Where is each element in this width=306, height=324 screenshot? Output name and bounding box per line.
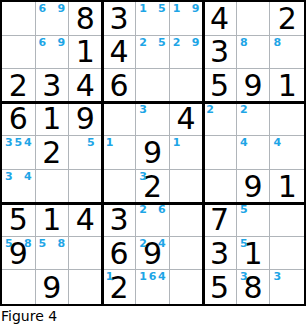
digit-r5c2: 2 bbox=[36, 136, 69, 169]
box-border-vertical-2 bbox=[202, 2, 205, 304]
digit-r7c2: 1 bbox=[36, 203, 69, 236]
digit-r9c7: 5 bbox=[203, 270, 236, 304]
pencil-mark: 2 bbox=[206, 104, 214, 115]
cell-r3c6 bbox=[170, 69, 204, 103]
pencil-mark: 4 bbox=[158, 238, 166, 249]
pencil-mark: 6 bbox=[149, 271, 157, 282]
cell-r4c4 bbox=[103, 103, 137, 137]
pencil-marks-r7c8: 5 bbox=[237, 204, 270, 215]
cell-r7c5: 26 bbox=[136, 203, 170, 237]
pencil-marks-r5c3: 5 bbox=[69, 137, 102, 148]
cell-r9c1 bbox=[2, 270, 36, 304]
cell-r4c6: 4 bbox=[170, 103, 204, 137]
cell-r1c9: 2 bbox=[270, 2, 304, 36]
pencil-mark: 2 bbox=[139, 238, 147, 249]
cell-r9c2: 9 bbox=[36, 270, 70, 304]
cell-r2c8: 8 bbox=[237, 36, 271, 70]
pencil-marks-r2c6: 29 bbox=[170, 37, 203, 48]
pencil-marks-r9c4: 1 bbox=[103, 271, 136, 282]
digit-r7c1: 5 bbox=[2, 203, 35, 236]
digit-r4c1: 6 bbox=[2, 103, 35, 136]
cell-r3c5 bbox=[136, 69, 170, 103]
digit-r3c4: 6 bbox=[103, 69, 136, 102]
cell-r5c7 bbox=[203, 136, 237, 170]
pencil-marks-r8c2: 58 bbox=[36, 238, 69, 249]
pencil-mark: 5 bbox=[39, 238, 47, 249]
cell-r8c6 bbox=[170, 237, 204, 271]
cell-r2c2: 69 bbox=[36, 36, 70, 70]
cell-r9c3 bbox=[69, 270, 103, 304]
cell-r1c7: 4 bbox=[203, 2, 237, 36]
cell-r6c9: 1 bbox=[270, 170, 304, 204]
cell-r6c3 bbox=[69, 170, 103, 204]
cell-r1c3: 8 bbox=[69, 2, 103, 36]
pencil-mark: 8 bbox=[57, 238, 65, 249]
digit-r4c3: 9 bbox=[69, 103, 102, 136]
cell-r9c8: 83 bbox=[237, 270, 271, 304]
cell-r5c1: 354 bbox=[2, 136, 36, 170]
cell-r2c4: 4 bbox=[103, 36, 137, 70]
pencil-marks-r9c8: 3 bbox=[237, 271, 270, 282]
cell-r4c2: 1 bbox=[36, 103, 70, 137]
cell-r6c7 bbox=[203, 170, 237, 204]
digit-r7c3: 4 bbox=[69, 203, 102, 236]
cell-r1c1 bbox=[2, 2, 36, 36]
sudoku-figure: 6983151942691425293882346591619342235425… bbox=[0, 0, 306, 324]
cell-r8c7: 3 bbox=[203, 237, 237, 271]
cell-r3c9: 1 bbox=[270, 69, 304, 103]
cell-r4c5: 3 bbox=[136, 103, 170, 137]
digit-r7c7: 7 bbox=[203, 203, 236, 236]
pencil-marks-r6c5: 3 bbox=[136, 171, 169, 182]
pencil-mark: 3 bbox=[139, 171, 147, 182]
cell-r3c7: 5 bbox=[203, 69, 237, 103]
cell-r3c1: 2 bbox=[2, 69, 36, 103]
digit-r7c4: 3 bbox=[103, 203, 136, 236]
cell-r4c7: 2 bbox=[203, 103, 237, 137]
pencil-mark: 6 bbox=[39, 3, 47, 14]
pencil-marks-r1c2: 69 bbox=[36, 3, 69, 14]
cell-r5c2: 2 bbox=[36, 136, 70, 170]
cell-r3c2: 3 bbox=[36, 69, 70, 103]
digit-r1c4: 3 bbox=[103, 2, 136, 35]
pencil-mark: 1 bbox=[106, 271, 114, 282]
cell-r8c4: 6 bbox=[103, 237, 137, 271]
cell-r6c5: 23 bbox=[136, 170, 170, 204]
pencil-mark: 6 bbox=[158, 204, 166, 215]
pencil-mark: 5 bbox=[240, 238, 248, 249]
pencil-mark: 4 bbox=[158, 271, 166, 282]
cell-r3c3: 4 bbox=[69, 69, 103, 103]
digit-r2c7: 3 bbox=[203, 36, 236, 69]
pencil-mark: 5 bbox=[158, 37, 166, 48]
pencil-mark: 1 bbox=[173, 3, 181, 14]
pencil-marks-r5c6: 1 bbox=[170, 137, 203, 148]
digit-r3c8: 9 bbox=[237, 69, 270, 102]
pencil-marks-r6c1: 34 bbox=[2, 171, 35, 182]
pencil-marks-r5c8: 4 bbox=[237, 137, 270, 148]
cell-r8c9 bbox=[270, 237, 304, 271]
pencil-marks-r5c4: 1 bbox=[103, 137, 136, 148]
pencil-marks-r8c1: 58 bbox=[2, 238, 35, 249]
pencil-mark: 8 bbox=[24, 238, 32, 249]
cell-r5c4: 1 bbox=[103, 136, 137, 170]
digit-r3c1: 2 bbox=[2, 69, 35, 102]
pencil-mark: 9 bbox=[57, 3, 65, 14]
cell-r9c6 bbox=[170, 270, 204, 304]
cell-r7c6 bbox=[170, 203, 204, 237]
box-border-vertical-1 bbox=[101, 2, 104, 304]
cell-r2c5: 25 bbox=[136, 36, 170, 70]
digit-r2c3: 1 bbox=[69, 36, 102, 69]
digit-r3c7: 5 bbox=[203, 69, 236, 102]
pencil-marks-r4c5: 3 bbox=[136, 104, 169, 115]
cell-r5c3: 5 bbox=[69, 136, 103, 170]
cell-r8c5: 924 bbox=[136, 237, 170, 271]
pencil-mark: 9 bbox=[57, 37, 65, 48]
digit-r3c9: 1 bbox=[270, 69, 304, 102]
cell-r5c6: 1 bbox=[170, 136, 204, 170]
cell-r1c5: 15 bbox=[136, 2, 170, 36]
cell-r7c9 bbox=[270, 203, 304, 237]
pencil-mark: 4 bbox=[273, 137, 281, 148]
digit-r4c6: 4 bbox=[170, 103, 203, 136]
pencil-mark: 5 bbox=[14, 137, 22, 148]
pencil-marks-r9c5: 164 bbox=[136, 271, 169, 282]
cell-r9c4: 21 bbox=[103, 270, 137, 304]
cell-r4c8: 2 bbox=[237, 103, 271, 137]
sudoku-cells: 6983151942691425293882346591619342235425… bbox=[2, 2, 304, 304]
pencil-mark: 5 bbox=[87, 137, 95, 148]
pencil-mark: 9 bbox=[192, 3, 200, 14]
box-border-horizontal-2 bbox=[2, 202, 304, 205]
box-border-horizontal-1 bbox=[2, 101, 304, 104]
pencil-marks-r5c9: 4 bbox=[270, 137, 304, 148]
cell-r4c9 bbox=[270, 103, 304, 137]
cell-r9c7: 5 bbox=[203, 270, 237, 304]
pencil-mark: 9 bbox=[192, 37, 200, 48]
pencil-mark: 5 bbox=[5, 238, 13, 249]
cell-r2c3: 1 bbox=[69, 36, 103, 70]
pencil-mark: 3 bbox=[273, 271, 281, 282]
pencil-mark: 1 bbox=[139, 3, 147, 14]
digit-r1c9: 2 bbox=[270, 2, 304, 35]
figure-caption: Figure 4 bbox=[0, 306, 306, 324]
pencil-marks-r7c5: 26 bbox=[136, 204, 169, 215]
pencil-mark: 4 bbox=[240, 137, 248, 148]
pencil-mark: 3 bbox=[240, 271, 248, 282]
digit-r6c9: 1 bbox=[270, 170, 304, 203]
pencil-mark: 6 bbox=[39, 37, 47, 48]
digit-r1c3: 8 bbox=[69, 2, 102, 35]
sudoku-board: 6983151942691425293882346591619342235425… bbox=[0, 0, 306, 306]
pencil-mark: 5 bbox=[158, 3, 166, 14]
pencil-mark: 5 bbox=[240, 204, 248, 215]
digit-r3c3: 4 bbox=[69, 69, 102, 102]
pencil-marks-r1c6: 19 bbox=[170, 3, 203, 14]
pencil-mark: 8 bbox=[273, 37, 281, 48]
pencil-mark: 1 bbox=[106, 137, 114, 148]
cell-r6c2 bbox=[36, 170, 70, 204]
digit-r5c5: 9 bbox=[136, 136, 169, 169]
pencil-mark: 2 bbox=[139, 204, 147, 215]
cell-r7c7: 7 bbox=[203, 203, 237, 237]
pencil-mark: 3 bbox=[139, 104, 147, 115]
cell-r6c8: 9 bbox=[237, 170, 271, 204]
cell-r1c4: 3 bbox=[103, 2, 137, 36]
cell-r4c1: 6 bbox=[2, 103, 36, 137]
pencil-mark: 2 bbox=[240, 104, 248, 115]
pencil-mark: 1 bbox=[139, 271, 147, 282]
cell-r2c6: 29 bbox=[170, 36, 204, 70]
cell-r1c2: 69 bbox=[36, 2, 70, 36]
cell-r5c5: 9 bbox=[136, 136, 170, 170]
pencil-mark: 4 bbox=[24, 171, 32, 182]
cell-r5c9: 4 bbox=[270, 136, 304, 170]
cell-r3c8: 9 bbox=[237, 69, 271, 103]
pencil-mark: 3 bbox=[5, 137, 13, 148]
cell-r2c9: 8 bbox=[270, 36, 304, 70]
digit-r9c2: 9 bbox=[36, 270, 69, 304]
pencil-mark: 3 bbox=[5, 171, 13, 182]
cell-r6c6 bbox=[170, 170, 204, 204]
cell-r7c2: 1 bbox=[36, 203, 70, 237]
digit-r6c8: 9 bbox=[237, 170, 270, 203]
digit-r8c4: 6 bbox=[103, 237, 136, 270]
pencil-marks-r4c7: 2 bbox=[203, 104, 236, 115]
cell-r7c1: 5 bbox=[2, 203, 36, 237]
cell-r5c8: 4 bbox=[237, 136, 271, 170]
cell-r8c2: 58 bbox=[36, 237, 70, 271]
cell-r6c1: 34 bbox=[2, 170, 36, 204]
pencil-mark: 8 bbox=[240, 37, 248, 48]
cell-r9c9: 3 bbox=[270, 270, 304, 304]
cell-r2c7: 3 bbox=[203, 36, 237, 70]
pencil-mark: 1 bbox=[173, 137, 181, 148]
digit-r4c2: 1 bbox=[36, 103, 69, 136]
cell-r7c4: 3 bbox=[103, 203, 137, 237]
digit-r2c4: 4 bbox=[103, 36, 136, 69]
cell-r3c4: 6 bbox=[103, 69, 137, 103]
digit-r8c7: 3 bbox=[203, 237, 236, 270]
cell-r7c8: 5 bbox=[237, 203, 271, 237]
cell-r4c3: 9 bbox=[69, 103, 103, 137]
cell-r7c3: 4 bbox=[69, 203, 103, 237]
pencil-marks-r4c8: 2 bbox=[237, 104, 270, 115]
cell-r9c5: 164 bbox=[136, 270, 170, 304]
pencil-mark: 4 bbox=[24, 137, 32, 148]
cell-r2c1 bbox=[2, 36, 36, 70]
pencil-marks-r5c1: 354 bbox=[2, 137, 35, 148]
pencil-mark: 2 bbox=[139, 37, 147, 48]
cell-r6c4 bbox=[103, 170, 137, 204]
pencil-marks-r2c9: 8 bbox=[270, 37, 304, 48]
cell-r1c8 bbox=[237, 2, 271, 36]
digit-r1c7: 4 bbox=[203, 2, 236, 35]
cell-r8c1: 958 bbox=[2, 237, 36, 271]
cell-r8c8: 15 bbox=[237, 237, 271, 271]
pencil-marks-r2c8: 8 bbox=[237, 37, 270, 48]
pencil-marks-r2c2: 69 bbox=[36, 37, 69, 48]
pencil-mark: 2 bbox=[173, 37, 181, 48]
digit-r3c2: 3 bbox=[36, 69, 69, 102]
pencil-marks-r2c5: 25 bbox=[136, 37, 169, 48]
cell-r8c3 bbox=[69, 237, 103, 271]
pencil-marks-r8c8: 5 bbox=[237, 238, 270, 249]
pencil-marks-r1c5: 15 bbox=[136, 3, 169, 14]
pencil-marks-r8c5: 24 bbox=[136, 238, 169, 249]
pencil-marks-r9c9: 3 bbox=[270, 271, 304, 282]
cell-r1c6: 19 bbox=[170, 2, 204, 36]
